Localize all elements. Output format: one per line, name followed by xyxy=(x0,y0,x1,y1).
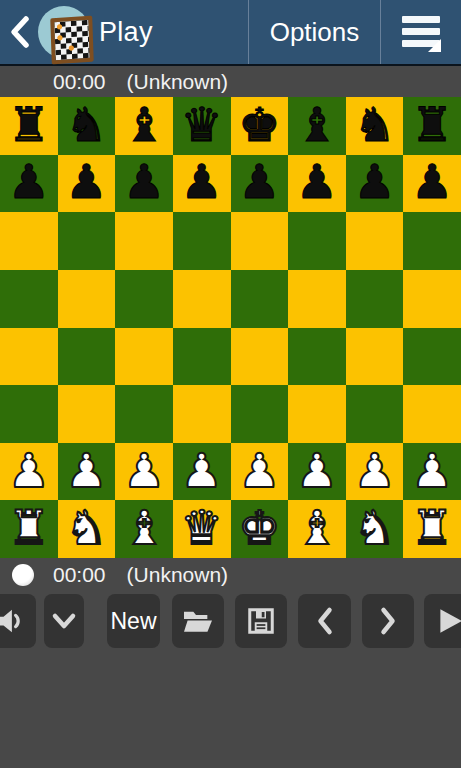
chevron-down-icon xyxy=(50,609,78,633)
piece-white-knight: ♞ xyxy=(65,504,107,554)
square-f8[interactable]: ♝ xyxy=(288,97,346,155)
piece-black-pawn: ♟ xyxy=(123,158,165,208)
toolbar: New xyxy=(0,592,461,652)
piece-black-pawn: ♟ xyxy=(65,158,107,208)
piece-black-bishop: ♝ xyxy=(296,101,338,151)
square-g5[interactable] xyxy=(346,270,404,328)
square-e3[interactable] xyxy=(231,385,289,443)
square-d8[interactable]: ♛ xyxy=(173,97,231,155)
square-d5[interactable] xyxy=(173,270,231,328)
square-f6[interactable] xyxy=(288,212,346,270)
square-c4[interactable] xyxy=(115,328,173,386)
square-g7[interactable]: ♟ xyxy=(346,155,404,213)
square-f3[interactable] xyxy=(288,385,346,443)
square-b1[interactable]: ♞ xyxy=(58,500,116,558)
piece-black-knight: ♞ xyxy=(353,101,395,151)
next-move-button[interactable] xyxy=(362,594,414,648)
piece-black-pawn: ♟ xyxy=(8,158,50,208)
square-d6[interactable] xyxy=(173,212,231,270)
square-d3[interactable] xyxy=(173,385,231,443)
piece-white-knight: ♞ xyxy=(353,504,395,554)
square-a6[interactable] xyxy=(0,212,58,270)
piece-white-pawn: ♟ xyxy=(411,447,453,497)
piece-white-rook: ♜ xyxy=(411,504,453,554)
piece-white-pawn: ♟ xyxy=(123,447,165,497)
square-g2[interactable]: ♟ xyxy=(346,443,404,501)
square-e5[interactable] xyxy=(231,270,289,328)
volume-button[interactable] xyxy=(0,594,36,648)
previous-move-button[interactable] xyxy=(298,594,351,648)
piece-black-pawn: ♟ xyxy=(296,158,338,208)
square-h1[interactable]: ♜ xyxy=(403,500,461,558)
square-h6[interactable] xyxy=(403,212,461,270)
piece-white-pawn: ♟ xyxy=(238,447,280,497)
page-title: Play xyxy=(99,17,153,48)
square-h2[interactable]: ♟ xyxy=(403,443,461,501)
square-a8[interactable]: ♜ xyxy=(0,97,58,155)
black-clock-time: 00:00 xyxy=(53,70,106,94)
square-c6[interactable] xyxy=(115,212,173,270)
open-button[interactable] xyxy=(172,594,224,648)
piece-black-king: ♚ xyxy=(238,101,280,151)
piece-white-bishop: ♝ xyxy=(296,504,338,554)
square-c7[interactable]: ♟ xyxy=(115,155,173,213)
piece-black-pawn: ♟ xyxy=(353,158,395,208)
piece-white-bishop: ♝ xyxy=(123,504,165,554)
piece-black-rook: ♜ xyxy=(8,101,50,151)
piece-white-queen: ♛ xyxy=(181,504,223,554)
square-a7[interactable]: ♟ xyxy=(0,155,58,213)
square-d1[interactable]: ♛ xyxy=(173,500,231,558)
square-e7[interactable]: ♟ xyxy=(231,155,289,213)
piece-white-pawn: ♟ xyxy=(296,447,338,497)
black-clock-panel: 00:00 (Unknown) xyxy=(0,66,461,97)
white-to-move-indicator xyxy=(12,564,34,586)
piece-black-pawn: ♟ xyxy=(181,158,223,208)
square-h8[interactable]: ♜ xyxy=(403,97,461,155)
square-h4[interactable] xyxy=(403,328,461,386)
app-header: Play Options xyxy=(0,0,461,66)
play-icon xyxy=(435,606,461,636)
speaker-icon xyxy=(0,606,25,636)
square-g8[interactable]: ♞ xyxy=(346,97,404,155)
chevron-left-icon xyxy=(313,606,337,636)
piece-black-rook: ♜ xyxy=(411,101,453,151)
square-e1[interactable]: ♚ xyxy=(231,500,289,558)
square-c1[interactable]: ♝ xyxy=(115,500,173,558)
square-f1[interactable]: ♝ xyxy=(288,500,346,558)
autoplay-button[interactable] xyxy=(424,594,461,648)
menu-icon xyxy=(402,16,440,49)
menu-button[interactable] xyxy=(381,0,461,64)
square-c5[interactable] xyxy=(115,270,173,328)
piece-white-pawn: ♟ xyxy=(8,447,50,497)
square-g4[interactable] xyxy=(346,328,404,386)
save-button[interactable] xyxy=(235,594,287,648)
chevron-left-icon xyxy=(7,14,31,50)
square-d4[interactable] xyxy=(173,328,231,386)
piece-white-king: ♚ xyxy=(238,504,280,554)
piece-white-pawn: ♟ xyxy=(65,447,107,497)
chevron-right-icon xyxy=(376,606,400,636)
new-game-button[interactable]: New xyxy=(107,594,160,648)
square-b3[interactable] xyxy=(58,385,116,443)
square-b4[interactable] xyxy=(58,328,116,386)
white-clock-panel: 00:00 (Unknown) xyxy=(0,558,461,592)
square-b7[interactable]: ♟ xyxy=(58,155,116,213)
expand-button[interactable] xyxy=(44,594,84,648)
piece-black-pawn: ♟ xyxy=(411,158,453,208)
square-g1[interactable]: ♞ xyxy=(346,500,404,558)
square-d2[interactable]: ♟ xyxy=(173,443,231,501)
piece-black-pawn: ♟ xyxy=(238,158,280,208)
piece-white-pawn: ♟ xyxy=(353,447,395,497)
square-a1[interactable]: ♜ xyxy=(0,500,58,558)
piece-black-queen: ♛ xyxy=(181,101,223,151)
back-button[interactable] xyxy=(0,0,38,64)
folder-open-icon xyxy=(182,607,214,635)
square-b5[interactable] xyxy=(58,270,116,328)
piece-black-bishop: ♝ xyxy=(123,101,165,151)
square-a5[interactable] xyxy=(0,270,58,328)
floppy-save-icon xyxy=(246,606,276,636)
square-c8[interactable]: ♝ xyxy=(115,97,173,155)
square-g6[interactable] xyxy=(346,212,404,270)
square-e8[interactable]: ♚ xyxy=(231,97,289,155)
square-b2[interactable]: ♟ xyxy=(58,443,116,501)
square-e4[interactable] xyxy=(231,328,289,386)
square-h3[interactable] xyxy=(403,385,461,443)
chess-board[interactable]: ♜♞♝♛♚♝♞♜♟♟♟♟♟♟♟♟♟♟♟♟♟♟♟♟♜♞♝♛♚♝♞♜ xyxy=(0,97,461,558)
square-b6[interactable] xyxy=(58,212,116,270)
chessboard-logo-icon xyxy=(50,16,94,65)
square-b8[interactable]: ♞ xyxy=(58,97,116,155)
white-player-name: (Unknown) xyxy=(127,563,229,587)
square-d7[interactable]: ♟ xyxy=(173,155,231,213)
square-e2[interactable]: ♟ xyxy=(231,443,289,501)
piece-black-knight: ♞ xyxy=(65,101,107,151)
square-f2[interactable]: ♟ xyxy=(288,443,346,501)
piece-white-rook: ♜ xyxy=(8,504,50,554)
square-f5[interactable] xyxy=(288,270,346,328)
square-c2[interactable]: ♟ xyxy=(115,443,173,501)
piece-white-pawn: ♟ xyxy=(181,447,223,497)
square-h7[interactable]: ♟ xyxy=(403,155,461,213)
square-c3[interactable] xyxy=(115,385,173,443)
options-button[interactable]: Options xyxy=(248,0,381,64)
square-f4[interactable] xyxy=(288,328,346,386)
square-a4[interactable] xyxy=(0,328,58,386)
square-g3[interactable] xyxy=(346,385,404,443)
avatar xyxy=(38,6,90,58)
square-h5[interactable] xyxy=(403,270,461,328)
square-a2[interactable]: ♟ xyxy=(0,443,58,501)
square-e6[interactable] xyxy=(231,212,289,270)
chess-app: Play Options 00:00 (Unknown) ♜♞♝♛♚♝♞♜♟♟♟… xyxy=(0,0,461,768)
bottom-filler xyxy=(0,652,461,768)
square-a3[interactable] xyxy=(0,385,58,443)
black-player-name: (Unknown) xyxy=(127,70,229,94)
square-f7[interactable]: ♟ xyxy=(288,155,346,213)
white-clock-time: 00:00 xyxy=(53,563,106,587)
